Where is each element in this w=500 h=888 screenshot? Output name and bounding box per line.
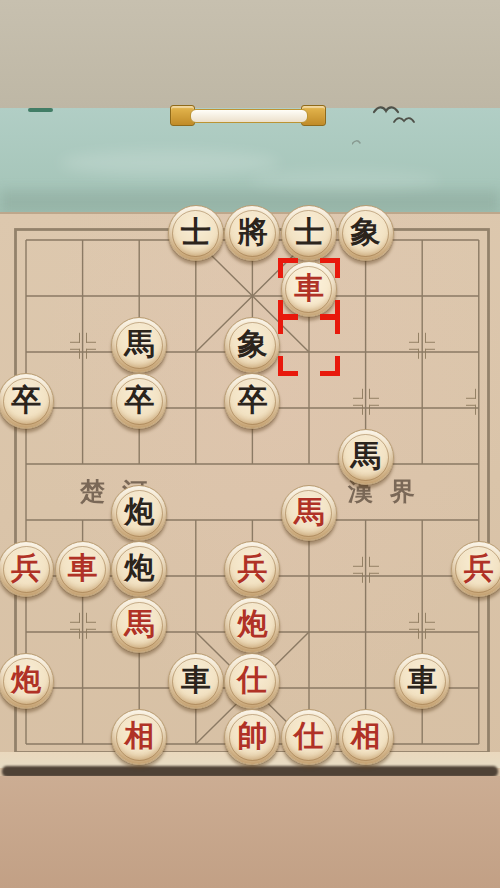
board-point — [281, 317, 338, 373]
top-letterbox-strip — [0, 0, 500, 108]
point-marker — [466, 389, 492, 415]
piece-black-advisor[interactable]: 士 — [168, 205, 224, 261]
piece-glyph: 炮 — [124, 497, 154, 527]
piece-black-elephant[interactable]: 象 — [224, 317, 280, 373]
bottom-table-strip — [0, 776, 500, 888]
board-point: 仕 — [281, 709, 338, 765]
piece-glyph: 士 — [294, 217, 324, 247]
piece-black-soldier[interactable]: 卒 — [0, 373, 54, 429]
piece-glyph: 相 — [124, 721, 154, 751]
piece-red-elephant[interactable]: 相 — [338, 709, 394, 765]
game-screen: 楚河 漢界 士將士象車馬象卒卒卒馬炮馬兵車炮兵兵馬炮炮車仕車相帥仕相 — [0, 0, 500, 888]
piece-glyph: 炮 — [237, 609, 267, 639]
birds-icon — [352, 100, 422, 150]
board-point: 士 — [281, 205, 338, 261]
piece-glyph: 兵 — [464, 553, 494, 583]
piece-glyph: 卒 — [11, 385, 41, 415]
piece-layer: 士將士象車馬象卒卒卒馬炮馬兵車炮兵兵馬炮炮車仕車相帥仕相 — [0, 205, 500, 765]
board-point: 馬 — [337, 429, 394, 485]
board-point — [54, 597, 111, 653]
board-point: 士 — [167, 205, 224, 261]
point-marker — [70, 333, 96, 359]
board-point: 卒 — [111, 373, 168, 429]
piece-glyph: 帥 — [237, 721, 267, 751]
board-point: 兵 — [224, 541, 281, 597]
piece-black-advisor[interactable]: 士 — [281, 205, 337, 261]
piece-glyph: 士 — [181, 217, 211, 247]
piece-black-soldier[interactable]: 卒 — [224, 373, 280, 429]
piece-red-soldier[interactable]: 兵 — [451, 541, 500, 597]
board-point: 車 — [167, 653, 224, 709]
board-point: 象 — [337, 205, 394, 261]
piece-red-cannon[interactable]: 炮 — [0, 653, 54, 709]
board-point — [394, 597, 451, 653]
piece-glyph: 卒 — [124, 385, 154, 415]
piece-black-horse[interactable]: 馬 — [111, 317, 167, 373]
piece-glyph: 將 — [237, 217, 267, 247]
piece-glyph: 象 — [237, 329, 267, 359]
move-highlight-bracket — [281, 260, 337, 318]
piece-red-advisor[interactable]: 仕 — [224, 653, 280, 709]
board-point — [394, 317, 451, 373]
piece-glyph: 馬 — [124, 609, 154, 639]
piece-glyph: 兵 — [237, 553, 267, 583]
piece-glyph: 車 — [407, 665, 437, 695]
piece-glyph: 仕 — [294, 721, 324, 751]
piece-glyph: 兵 — [11, 553, 41, 583]
board-point: 炮 — [111, 541, 168, 597]
scroll-banner — [170, 103, 324, 127]
piece-red-horse[interactable]: 馬 — [111, 597, 167, 653]
piece-glyph: 車 — [68, 553, 98, 583]
piece-red-advisor[interactable]: 仕 — [281, 709, 337, 765]
board-point: 馬 — [111, 317, 168, 373]
board-point: 馬 — [281, 485, 338, 541]
board-point — [450, 373, 500, 429]
board-point: 車 — [394, 653, 451, 709]
piece-red-soldier[interactable]: 兵 — [224, 541, 280, 597]
piece-glyph: 炮 — [11, 665, 41, 695]
piece-black-cannon[interactable]: 炮 — [111, 485, 167, 541]
piece-glyph: 炮 — [124, 553, 154, 583]
board-point: 帥 — [224, 709, 281, 765]
piece-glyph: 馬 — [351, 441, 381, 471]
piece-red-soldier[interactable]: 兵 — [0, 541, 54, 597]
piece-black-elephant[interactable]: 象 — [338, 205, 394, 261]
board-point — [337, 541, 394, 597]
board-point: 車 — [54, 541, 111, 597]
piece-glyph: 仕 — [237, 665, 267, 695]
board-point: 仕 — [224, 653, 281, 709]
point-marker — [409, 333, 435, 359]
piece-glyph: 馬 — [124, 329, 154, 359]
board-point — [337, 373, 394, 429]
point-marker — [353, 389, 379, 415]
board-point: 兵 — [450, 541, 500, 597]
piece-glyph: 象 — [351, 217, 381, 247]
piece-red-chariot[interactable]: 車 — [55, 541, 111, 597]
point-marker — [409, 613, 435, 639]
board-point: 炮 — [111, 485, 168, 541]
piece-glyph: 車 — [181, 665, 211, 695]
board-point — [54, 317, 111, 373]
board-point: 炮 — [224, 597, 281, 653]
board-point: 相 — [337, 709, 394, 765]
board-point — [281, 261, 338, 317]
ledge-decoration — [28, 108, 53, 112]
piece-red-cannon[interactable]: 炮 — [224, 597, 280, 653]
piece-glyph: 相 — [351, 721, 381, 751]
piece-red-elephant[interactable]: 相 — [111, 709, 167, 765]
board-point: 卒 — [224, 373, 281, 429]
board-point: 卒 — [0, 373, 54, 429]
piece-black-cannon[interactable]: 炮 — [111, 541, 167, 597]
piece-red-horse[interactable]: 馬 — [281, 485, 337, 541]
piece-black-horse[interactable]: 馬 — [338, 429, 394, 485]
move-highlight-bracket — [281, 316, 337, 374]
board-point: 象 — [224, 317, 281, 373]
piece-red-general[interactable]: 帥 — [224, 709, 280, 765]
piece-glyph: 卒 — [237, 385, 267, 415]
piece-black-chariot[interactable]: 車 — [168, 653, 224, 709]
piece-black-soldier[interactable]: 卒 — [111, 373, 167, 429]
point-marker — [353, 557, 379, 583]
scroll-banner-bar — [190, 109, 308, 123]
cloud — [250, 170, 440, 192]
board-point: 馬 — [111, 597, 168, 653]
board-point: 將 — [224, 205, 281, 261]
piece-glyph: 馬 — [294, 497, 324, 527]
piece-black-general[interactable]: 將 — [224, 205, 280, 261]
board-point: 炮 — [0, 653, 54, 709]
sky-background — [0, 108, 500, 212]
cloud — [60, 150, 280, 176]
board-point: 相 — [111, 709, 168, 765]
point-marker — [70, 613, 96, 639]
piece-black-chariot[interactable]: 車 — [394, 653, 450, 709]
board-point: 兵 — [0, 541, 54, 597]
